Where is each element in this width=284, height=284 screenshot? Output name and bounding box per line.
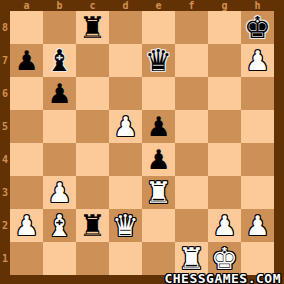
- square-h4[interactable]: [241, 143, 274, 176]
- chessgames-watermark: CHESSGAMES.COM: [164, 273, 281, 284]
- square-c8[interactable]: ♜: [76, 11, 109, 44]
- square-a8[interactable]: [10, 11, 43, 44]
- square-g3[interactable]: [208, 176, 241, 209]
- square-e4[interactable]: ♟: [142, 143, 175, 176]
- square-e5[interactable]: ♟: [142, 110, 175, 143]
- black-king-h8: ♚: [244, 11, 271, 44]
- black-pawn-a7: ♟: [14, 44, 38, 77]
- file-label-d: d: [109, 0, 142, 11]
- square-a5[interactable]: [10, 110, 43, 143]
- file-label-g: g: [208, 0, 241, 11]
- square-a6[interactable]: [10, 77, 43, 110]
- square-b5[interactable]: [43, 110, 76, 143]
- black-bishop-b7: ♝: [46, 44, 73, 77]
- square-h3[interactable]: [241, 176, 274, 209]
- rank-label-8: 8: [0, 11, 10, 44]
- file-labels: abcdefgh: [10, 0, 274, 11]
- square-c1[interactable]: [76, 242, 109, 275]
- square-f3[interactable]: [175, 176, 208, 209]
- black-pawn-e5: ♟: [146, 110, 170, 143]
- square-c7[interactable]: [76, 44, 109, 77]
- file-label-h: h: [241, 0, 274, 11]
- square-d5[interactable]: ♟: [109, 110, 142, 143]
- file-label-f: f: [175, 0, 208, 11]
- rank-label-5: 5: [0, 110, 10, 143]
- square-d2[interactable]: ♛: [109, 209, 142, 242]
- square-d1[interactable]: [109, 242, 142, 275]
- square-g7[interactable]: [208, 44, 241, 77]
- white-pawn-g2: ♟: [212, 209, 236, 242]
- rank-label-7: 7: [0, 44, 10, 77]
- square-c2[interactable]: ♜: [76, 209, 109, 242]
- square-c4[interactable]: [76, 143, 109, 176]
- square-f6[interactable]: [175, 77, 208, 110]
- white-pawn-a2: ♟: [14, 209, 38, 242]
- square-b7[interactable]: ♝: [43, 44, 76, 77]
- rank-label-1: 1: [0, 242, 10, 275]
- file-label-e: e: [142, 0, 175, 11]
- square-a2[interactable]: ♟: [10, 209, 43, 242]
- white-pawn-h7: ♟: [245, 44, 269, 77]
- square-g6[interactable]: [208, 77, 241, 110]
- square-a4[interactable]: [10, 143, 43, 176]
- white-bishop-b2: ♝: [46, 209, 73, 242]
- square-d4[interactable]: [109, 143, 142, 176]
- square-c6[interactable]: [76, 77, 109, 110]
- square-e7[interactable]: ♛: [142, 44, 175, 77]
- black-pawn-b6: ♟: [47, 77, 71, 110]
- rank-label-6: 6: [0, 77, 10, 110]
- square-d3[interactable]: [109, 176, 142, 209]
- black-pawn-e4: ♟: [146, 143, 170, 176]
- square-e6[interactable]: [142, 77, 175, 110]
- square-f4[interactable]: [175, 143, 208, 176]
- chess-diagram: abcdefgh 87654321 ♜♚♟♝♛♟♟♟♟♟♟♜♟♝♜♛♟♟♜♚ C…: [0, 0, 284, 284]
- white-rook-e3: ♜: [145, 176, 172, 209]
- square-e2[interactable]: [142, 209, 175, 242]
- black-rook-c8: ♜: [79, 11, 106, 44]
- black-rook-c2: ♜: [79, 209, 106, 242]
- rank-label-3: 3: [0, 176, 10, 209]
- white-queen-d2: ♛: [112, 209, 139, 242]
- black-queen-e7: ♛: [145, 44, 172, 77]
- white-pawn-d5: ♟: [113, 110, 137, 143]
- square-d8[interactable]: [109, 11, 142, 44]
- square-b2[interactable]: ♝: [43, 209, 76, 242]
- square-g5[interactable]: [208, 110, 241, 143]
- square-c3[interactable]: [76, 176, 109, 209]
- square-e8[interactable]: [142, 11, 175, 44]
- file-label-b: b: [43, 0, 76, 11]
- square-b4[interactable]: [43, 143, 76, 176]
- square-f5[interactable]: [175, 110, 208, 143]
- chess-board: ♜♚♟♝♛♟♟♟♟♟♟♜♟♝♜♛♟♟♜♚: [10, 11, 274, 275]
- white-pawn-h2: ♟: [245, 209, 269, 242]
- square-f7[interactable]: [175, 44, 208, 77]
- file-label-a: a: [10, 0, 43, 11]
- square-e3[interactable]: ♜: [142, 176, 175, 209]
- rank-labels: 87654321: [0, 11, 10, 275]
- rank-label-2: 2: [0, 209, 10, 242]
- square-h7[interactable]: ♟: [241, 44, 274, 77]
- square-g4[interactable]: [208, 143, 241, 176]
- square-b6[interactable]: ♟: [43, 77, 76, 110]
- square-h6[interactable]: [241, 77, 274, 110]
- square-d6[interactable]: [109, 77, 142, 110]
- rank-label-4: 4: [0, 143, 10, 176]
- square-g8[interactable]: [208, 11, 241, 44]
- square-a1[interactable]: [10, 242, 43, 275]
- square-a3[interactable]: [10, 176, 43, 209]
- file-label-c: c: [76, 0, 109, 11]
- square-f8[interactable]: [175, 11, 208, 44]
- white-pawn-b3: ♟: [47, 176, 71, 209]
- square-b3[interactable]: ♟: [43, 176, 76, 209]
- square-h5[interactable]: [241, 110, 274, 143]
- square-b8[interactable]: [43, 11, 76, 44]
- square-c5[interactable]: [76, 110, 109, 143]
- square-d7[interactable]: [109, 44, 142, 77]
- square-h8[interactable]: ♚: [241, 11, 274, 44]
- square-a7[interactable]: ♟: [10, 44, 43, 77]
- square-f2[interactable]: [175, 209, 208, 242]
- square-g2[interactable]: ♟: [208, 209, 241, 242]
- square-b1[interactable]: [43, 242, 76, 275]
- square-h2[interactable]: ♟: [241, 209, 274, 242]
